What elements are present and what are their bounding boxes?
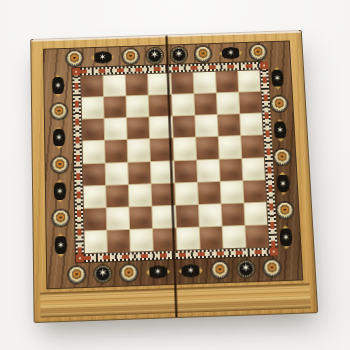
square-b6[interactable] bbox=[105, 118, 127, 140]
square-h7[interactable] bbox=[239, 92, 262, 114]
rosette-medallion-icon bbox=[50, 103, 67, 120]
star-marquise-medallion-icon: ✶ bbox=[219, 47, 243, 60]
square-c1[interactable] bbox=[130, 229, 153, 252]
rosette-medallion-icon bbox=[270, 96, 287, 113]
star-marquise-medallion-icon: ✶ bbox=[179, 264, 204, 278]
star-rosette-medallion-icon: ✶ bbox=[146, 48, 163, 64]
square-c7[interactable] bbox=[127, 96, 149, 118]
square-h8[interactable] bbox=[238, 70, 260, 91]
board-outer-frame: ✶✶✶✶ ✶✶✶✶ ✶✶✶✶ ✶✶✶✶ bbox=[30, 30, 318, 323]
square-b3[interactable] bbox=[106, 185, 128, 207]
square-a7[interactable] bbox=[82, 97, 104, 119]
square-h6[interactable] bbox=[240, 114, 263, 136]
rosette-medallion-icon bbox=[263, 259, 281, 277]
square-c6[interactable] bbox=[127, 118, 149, 140]
square-a3[interactable] bbox=[83, 185, 105, 207]
star-marquise-medallion-icon: ✶ bbox=[279, 225, 293, 249]
star-rosette-medallion-icon: ✶ bbox=[237, 260, 255, 278]
square-f1[interactable] bbox=[199, 227, 222, 250]
square-b7[interactable] bbox=[104, 96, 126, 118]
star-rosette-medallion-icon: ✶ bbox=[170, 47, 187, 63]
square-a4[interactable] bbox=[83, 163, 105, 185]
mosaic-corner-icon bbox=[76, 254, 84, 262]
square-g4[interactable] bbox=[219, 159, 242, 181]
star-marquise-medallion-icon: ✶ bbox=[270, 67, 284, 90]
square-h3[interactable] bbox=[243, 180, 266, 202]
square-e3[interactable] bbox=[175, 182, 198, 204]
square-e1[interactable] bbox=[176, 227, 199, 250]
square-a1[interactable] bbox=[84, 231, 107, 254]
star-marquise-medallion-icon: ✶ bbox=[146, 265, 170, 279]
square-h4[interactable] bbox=[242, 158, 265, 180]
square-g7[interactable] bbox=[217, 93, 239, 115]
square-b5[interactable] bbox=[105, 140, 127, 162]
square-a2[interactable] bbox=[84, 208, 106, 230]
square-a5[interactable] bbox=[83, 141, 105, 163]
rosette-medallion-icon bbox=[273, 148, 291, 165]
photo-background: ✶✶✶✶ ✶✶✶✶ ✶✶✶✶ ✶✶✶✶ bbox=[0, 0, 350, 350]
star-marquise-medallion-icon: ✶ bbox=[52, 126, 65, 149]
rosette-medallion-icon bbox=[52, 209, 69, 226]
rosette-medallion-icon bbox=[250, 44, 267, 60]
chessboard-photo: ✶✶✶✶ ✶✶✶✶ ✶✶✶✶ ✶✶✶✶ bbox=[30, 30, 318, 323]
square-b2[interactable] bbox=[107, 207, 130, 229]
star-marquise-medallion-icon: ✶ bbox=[91, 51, 114, 64]
square-g2[interactable] bbox=[221, 203, 244, 225]
square-e5[interactable] bbox=[173, 138, 196, 160]
rosette-medallion-icon bbox=[120, 264, 138, 282]
square-f8[interactable] bbox=[193, 72, 215, 93]
square-b1[interactable] bbox=[107, 230, 130, 253]
star-marquise-medallion-icon: ✶ bbox=[273, 119, 287, 142]
square-h2[interactable] bbox=[244, 202, 267, 224]
square-a8[interactable] bbox=[81, 76, 103, 97]
square-g3[interactable] bbox=[220, 181, 243, 203]
rosette-medallion-icon bbox=[68, 266, 85, 284]
square-e8[interactable] bbox=[171, 73, 193, 94]
star-marquise-medallion-icon: ✶ bbox=[54, 233, 67, 257]
square-e4[interactable] bbox=[174, 160, 197, 182]
rosette-medallion-icon bbox=[51, 156, 68, 173]
rosette-medallion-icon bbox=[67, 50, 84, 66]
square-f3[interactable] bbox=[198, 182, 221, 204]
square-b8[interactable] bbox=[104, 75, 126, 96]
square-g1[interactable] bbox=[222, 226, 245, 249]
star-marquise-medallion-icon: ✶ bbox=[52, 74, 65, 97]
star-marquise-medallion-icon: ✶ bbox=[276, 171, 290, 195]
square-e7[interactable] bbox=[172, 94, 194, 116]
rosette-medallion-icon bbox=[211, 261, 229, 279]
square-c3[interactable] bbox=[129, 184, 152, 206]
rosette-medallion-icon bbox=[195, 46, 212, 62]
square-e6[interactable] bbox=[172, 116, 194, 138]
medallion-strip-left: ✶✶✶✶ bbox=[44, 67, 75, 264]
square-f5[interactable] bbox=[196, 137, 219, 159]
rosette-medallion-icon bbox=[122, 48, 139, 64]
square-g6[interactable] bbox=[218, 114, 241, 136]
square-e2[interactable] bbox=[176, 205, 199, 227]
star-rosette-medallion-icon: ✶ bbox=[94, 265, 111, 283]
square-h1[interactable] bbox=[245, 225, 268, 248]
square-c4[interactable] bbox=[128, 162, 150, 184]
square-a6[interactable] bbox=[82, 119, 104, 141]
star-marquise-medallion-icon: ✶ bbox=[53, 179, 66, 203]
square-f2[interactable] bbox=[198, 204, 221, 226]
square-h5[interactable] bbox=[241, 136, 264, 158]
square-f7[interactable] bbox=[194, 93, 216, 115]
square-f6[interactable] bbox=[195, 115, 217, 137]
square-c5[interactable] bbox=[128, 139, 150, 161]
square-f4[interactable] bbox=[197, 159, 220, 181]
square-b4[interactable] bbox=[106, 162, 128, 184]
square-g8[interactable] bbox=[216, 71, 238, 92]
square-c8[interactable] bbox=[126, 74, 148, 95]
square-g5[interactable] bbox=[218, 136, 241, 158]
rosette-medallion-icon bbox=[276, 202, 294, 219]
square-c2[interactable] bbox=[130, 206, 153, 228]
